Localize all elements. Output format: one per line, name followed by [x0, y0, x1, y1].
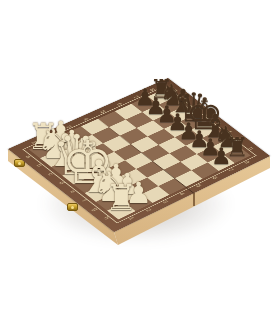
chess-set-photo: abcdefgh abcdefgh 87654321 87654321 ♜♟♞♟… [0, 0, 280, 320]
pieces-layer: ♜♟♞♟♝♟♛♟♚♟♝♟♟♞♜♟♟♜♞♟♟♝♟♛♟♚♟♝♟♞♟♜ [0, 0, 280, 320]
piece-black-pawn-h7[interactable]: ♟ [211, 144, 232, 167]
piece-white-rook-h1[interactable]: ♜ [105, 180, 138, 216]
